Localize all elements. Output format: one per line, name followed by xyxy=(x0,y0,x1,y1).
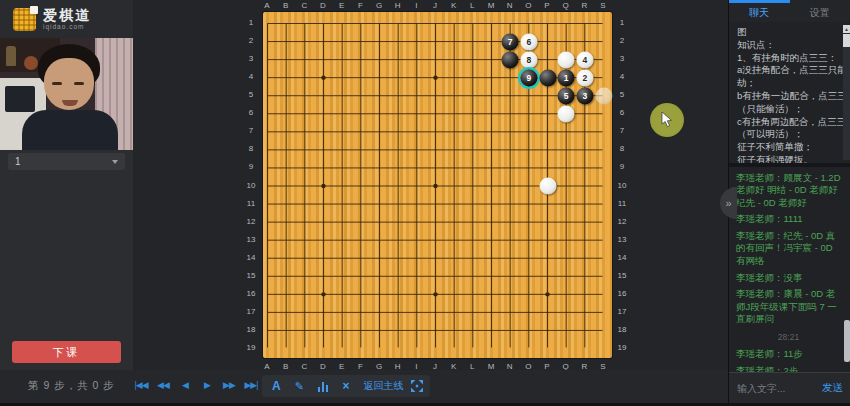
coord-label: I xyxy=(409,1,423,10)
coord-label: 19 xyxy=(615,343,629,352)
stone-white-S5[interactable] xyxy=(595,87,612,104)
note-line: a没挂角配合，点三三只能打 xyxy=(737,64,839,77)
tab-聊天[interactable]: 聊天 xyxy=(729,0,790,22)
sidebar-collapse-handle[interactable]: » xyxy=(720,187,737,219)
chat-message: 李瑶老师：1111 xyxy=(736,213,841,225)
nav-last-button[interactable]: ▶▶| xyxy=(240,373,262,397)
annotation-tools: A ✎ × 返回主线 xyxy=(262,375,413,397)
coord-label: 13 xyxy=(615,235,629,244)
coord-label: P xyxy=(540,1,554,10)
bottom-toolbar: 第 9 步，共 0 步 |◀◀◀◀◀▶▶▶▶▶| A ✎ × 返回主线 xyxy=(0,370,728,403)
end-class-button[interactable]: 下课 xyxy=(12,341,121,363)
move-number: 5 xyxy=(564,91,569,100)
coord-label: D xyxy=(316,1,330,10)
shelf-object xyxy=(24,56,38,70)
coord-label: 5 xyxy=(615,90,629,99)
stone-black-O4[interactable]: 9 xyxy=(520,69,537,86)
coord-label: 1 xyxy=(244,18,258,27)
scroll-up-icon[interactable]: ▲ xyxy=(843,25,850,33)
stone-black-N3[interactable] xyxy=(502,51,519,68)
coord-label: O xyxy=(521,1,535,10)
chat-message: 李瑶老师：康晨 - 0D 老师J段年级课下面吗 7 一直刷屏问 xyxy=(736,288,841,325)
coord-label: 17 xyxy=(615,307,629,316)
chat-message: 李瑶老师：2步 xyxy=(736,365,841,372)
note-line: 征子有利强硬扳。 xyxy=(737,154,839,163)
go-board-grid[interactable]: 768491253 xyxy=(267,23,603,348)
coord-label: 6 xyxy=(244,108,258,117)
coord-label: 12 xyxy=(615,217,629,226)
return-main-line-button[interactable]: 返回主线 xyxy=(363,379,403,393)
stone-black-Q4[interactable]: 1 xyxy=(558,69,575,86)
coord-label: A xyxy=(260,1,274,10)
stone-black-N2[interactable]: 7 xyxy=(502,33,519,50)
coord-label: B xyxy=(279,1,293,10)
coord-label: C xyxy=(297,1,311,10)
coord-label: 14 xyxy=(244,253,258,262)
stone-black-R5[interactable]: 3 xyxy=(576,87,593,104)
coord-label: 18 xyxy=(615,325,629,334)
logo-bar: 爱棋道 iqidao.com xyxy=(0,0,133,38)
nav-forward-button[interactable]: ▶ xyxy=(196,373,218,397)
fullscreen-button[interactable] xyxy=(404,375,430,397)
coord-label: Q xyxy=(559,1,573,10)
fullscreen-icon xyxy=(411,380,423,392)
stone-white-Q3[interactable] xyxy=(558,51,575,68)
coord-label: 15 xyxy=(615,271,629,280)
trophy xyxy=(6,46,16,66)
coord-label: N xyxy=(503,1,517,10)
coord-label: 5 xyxy=(244,90,258,99)
stone-black-P4[interactable] xyxy=(539,69,556,86)
stone-white-Q6[interactable] xyxy=(558,105,575,122)
note-line: 图 xyxy=(737,26,839,39)
sidebar-tabs: 聊天设置 xyxy=(729,0,850,22)
chat-message: 李瑶老师：顾展文 - 1.2D 老师好 明结 - 0D 老师好 纪先 - 0D … xyxy=(736,172,841,209)
coord-label: M xyxy=(484,1,498,10)
note-line: （可以明活）； xyxy=(737,128,839,141)
coord-label: 14 xyxy=(615,253,629,262)
stone-white-O2[interactable]: 6 xyxy=(520,33,537,50)
step-status: 第 9 步，共 0 步 xyxy=(28,379,115,393)
coord-label: 7 xyxy=(244,126,258,135)
stone-white-R3[interactable]: 4 xyxy=(576,51,593,68)
chevron-down-icon xyxy=(112,160,118,164)
camera-select[interactable]: 1 xyxy=(8,153,125,170)
note-line: 知识点： xyxy=(737,39,839,52)
send-button[interactable]: 发送 xyxy=(822,381,843,395)
notes-scrollbar[interactable]: ▲ xyxy=(843,25,850,160)
coord-label: 10 xyxy=(244,181,258,190)
chart-tool-icon[interactable] xyxy=(318,381,329,392)
stone-white-O3[interactable]: 8 xyxy=(520,51,537,68)
note-line: b有挂角一边配合，点三三 xyxy=(737,90,839,103)
coord-label: G xyxy=(372,1,386,10)
brand-name: 爱棋道 xyxy=(43,8,91,22)
coord-label: 19 xyxy=(244,343,258,352)
coord-label: 4 xyxy=(244,72,258,81)
coord-label: F xyxy=(353,1,367,10)
coord-label: 8 xyxy=(615,144,629,153)
coord-label: 7 xyxy=(615,126,629,135)
lesson-notes: 图知识点：1、有挂角时的点三三：a没挂角配合，点三三只能打劫；b有挂角一边配合，… xyxy=(729,22,850,163)
camera-select-value: 1 xyxy=(15,156,21,167)
note-line: 劫； xyxy=(737,77,839,90)
coord-label: 6 xyxy=(615,108,629,117)
coord-label: J xyxy=(428,1,442,10)
brand-domain: iqidao.com xyxy=(43,24,91,31)
chat-message: 李瑶老师：11步 xyxy=(736,348,841,360)
move-number: 6 xyxy=(526,37,531,46)
tab-设置[interactable]: 设置 xyxy=(790,0,850,22)
coord-label: K xyxy=(447,1,461,10)
coord-label: 8 xyxy=(244,144,258,153)
coord-label: 13 xyxy=(244,235,258,244)
teacher-eye xyxy=(74,82,84,85)
chat-timestamp: 28:21 xyxy=(736,332,841,342)
coord-label: 11 xyxy=(244,199,258,208)
coord-label: 16 xyxy=(615,289,629,298)
move-nav-group: |◀◀◀◀◀▶▶▶▶▶| xyxy=(130,373,262,397)
move-number: 8 xyxy=(526,55,531,64)
teacher-eye xyxy=(52,82,62,85)
text-tool-icon[interactable]: A xyxy=(272,379,281,393)
chat-message: 李瑶老师：纪先 - 0D 真的有回声！冯宇宸 - 0D 有网络 xyxy=(736,230,841,267)
coord-label: 18 xyxy=(244,325,258,334)
teacher-video xyxy=(0,38,133,150)
coord-label: 3 xyxy=(244,54,258,63)
note-line: 征子不利简单撤； xyxy=(737,141,839,154)
mouse-cursor-icon xyxy=(660,112,674,128)
pencil-tool-icon[interactable]: ✎ xyxy=(295,380,304,393)
coord-label: 2 xyxy=(244,36,258,45)
note-line: （只能偷活）； xyxy=(737,103,839,116)
coord-label: 4 xyxy=(615,72,629,81)
chat-message: 李瑶老师：没事 xyxy=(736,272,841,284)
coord-label: 3 xyxy=(615,54,629,63)
move-number: 9 xyxy=(526,73,531,82)
teacher-body xyxy=(22,110,118,150)
sidebar: 聊天设置 图知识点：1、有挂角时的点三三：a没挂角配合，点三三只能打劫；b有挂角… xyxy=(728,0,850,406)
brand-logo-icon xyxy=(13,8,36,31)
coord-label: 9 xyxy=(244,162,258,171)
coord-label: S xyxy=(596,1,610,10)
chat-scroll-thumb[interactable] xyxy=(844,320,850,362)
stone-white-P10[interactable] xyxy=(539,178,556,195)
coord-label: H xyxy=(391,1,405,10)
chat-input[interactable] xyxy=(737,383,815,394)
coord-label: 10 xyxy=(615,181,629,190)
notes-scroll-thumb[interactable] xyxy=(843,34,850,47)
cursor-highlight xyxy=(650,103,684,137)
move-number: 7 xyxy=(508,37,513,46)
nav-forward-10-button[interactable]: ▶▶ xyxy=(218,373,240,397)
go-classroom-app: 爱棋道 iqidao.com 1 下课 ABCDEFGHIJKLMNOPQRS … xyxy=(0,0,850,406)
coord-label: L xyxy=(465,1,479,10)
move-number: 3 xyxy=(582,91,587,100)
clear-tool-icon[interactable]: × xyxy=(342,379,349,393)
coord-label: 2 xyxy=(615,36,629,45)
coord-label: R xyxy=(577,1,591,10)
nav-first-button[interactable]: |◀◀ xyxy=(130,373,152,397)
note-line: c有挂角两边配合，点三三 xyxy=(737,116,839,129)
coord-label: 15 xyxy=(244,271,258,280)
nav-back-10-button[interactable]: ◀◀ xyxy=(152,373,174,397)
stone-black-Q5[interactable]: 5 xyxy=(558,87,575,104)
coord-label: E xyxy=(335,1,349,10)
move-number: 2 xyxy=(582,73,587,82)
stone-white-R4[interactable]: 2 xyxy=(576,69,593,86)
note-line: 1、有挂角时的点三三： xyxy=(737,52,839,65)
coord-label: 1 xyxy=(615,18,629,27)
coord-label: 11 xyxy=(615,199,629,208)
coord-label: 9 xyxy=(615,162,629,171)
move-number: 4 xyxy=(582,55,587,64)
coord-label: 17 xyxy=(244,307,258,316)
chat-input-row: 发送 xyxy=(729,372,850,403)
move-number: 1 xyxy=(564,73,569,82)
left-panel: 爱棋道 iqidao.com 1 下课 xyxy=(0,0,133,370)
chat-messages: 李瑶老师：顾展文 - 1.2D 老师好 明结 - 0D 老师好 纪先 - 0D … xyxy=(729,167,850,372)
coord-label: 16 xyxy=(244,289,258,298)
coord-label: 12 xyxy=(244,217,258,226)
chat-scrollbar[interactable] xyxy=(844,170,850,370)
nav-back-button[interactable]: ◀ xyxy=(174,373,196,397)
